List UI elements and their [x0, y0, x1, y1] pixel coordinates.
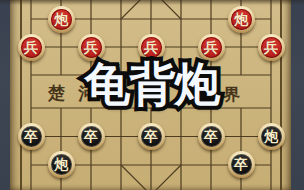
piece-red-soldier-f4r3[interactable]: 兵 — [138, 34, 165, 61]
piece-character: 卒 — [204, 126, 218, 147]
piece-black-soldier-f0r6[interactable]: 卒 — [18, 123, 45, 150]
piece-face: 兵 — [21, 37, 42, 58]
piece-red-soldier-f2r3[interactable]: 兵 — [78, 34, 105, 61]
piece-face: 卒 — [81, 126, 102, 147]
piece-character: 炮 — [234, 9, 248, 30]
piece-face: 卒 — [21, 126, 42, 147]
piece-character: 兵 — [204, 37, 218, 58]
title-text: 龟背炮 — [85, 58, 220, 110]
piece-character: 卒 — [24, 126, 38, 147]
piece-character: 兵 — [24, 37, 38, 58]
piece-face: 兵 — [201, 37, 222, 58]
piece-black-cannon-f1r7[interactable]: 炮 — [48, 151, 75, 178]
video-frame: 楚河 漢界 炮炮兵兵兵兵兵卒卒卒卒炮炮卒 龟背炮 龟背炮 — [0, 0, 304, 190]
piece-face: 兵 — [81, 37, 102, 58]
piece-character: 卒 — [84, 126, 98, 147]
piece-face: 兵 — [141, 37, 162, 58]
piece-red-cannon-f7r2[interactable]: 炮 — [228, 6, 255, 33]
piece-face: 卒 — [141, 126, 162, 147]
piece-black-soldier-f6r6[interactable]: 卒 — [198, 123, 225, 150]
piece-character: 炮 — [264, 126, 278, 147]
video-title-overlay: 龟背炮 龟背炮 — [85, 61, 220, 107]
top-vignette — [0, 0, 304, 5]
piece-red-cannon-f1r2[interactable]: 炮 — [48, 6, 75, 33]
piece-face: 炮 — [51, 154, 72, 175]
piece-character: 兵 — [144, 37, 158, 58]
piece-character: 卒 — [234, 154, 248, 175]
piece-red-soldier-f8r3[interactable]: 兵 — [258, 34, 285, 61]
piece-face: 兵 — [261, 37, 282, 58]
piece-face: 炮 — [231, 9, 252, 30]
piece-red-soldier-f0r3[interactable]: 兵 — [18, 34, 45, 61]
piece-black-soldier-f4r6[interactable]: 卒 — [138, 123, 165, 150]
piece-character: 兵 — [264, 37, 278, 58]
piece-black-soldier-f7r7[interactable]: 卒 — [228, 151, 255, 178]
piece-black-cannon-f8r6[interactable]: 炮 — [258, 123, 285, 150]
piece-character: 兵 — [84, 37, 98, 58]
piece-face: 卒 — [201, 126, 222, 147]
piece-character: 卒 — [144, 126, 158, 147]
piece-black-soldier-f2r6[interactable]: 卒 — [78, 123, 105, 150]
piece-face: 炮 — [51, 9, 72, 30]
piece-red-soldier-f6r3[interactable]: 兵 — [198, 34, 225, 61]
piece-face: 炮 — [261, 126, 282, 147]
piece-character: 炮 — [54, 154, 68, 175]
piece-face: 卒 — [231, 154, 252, 175]
piece-character: 炮 — [54, 9, 68, 30]
